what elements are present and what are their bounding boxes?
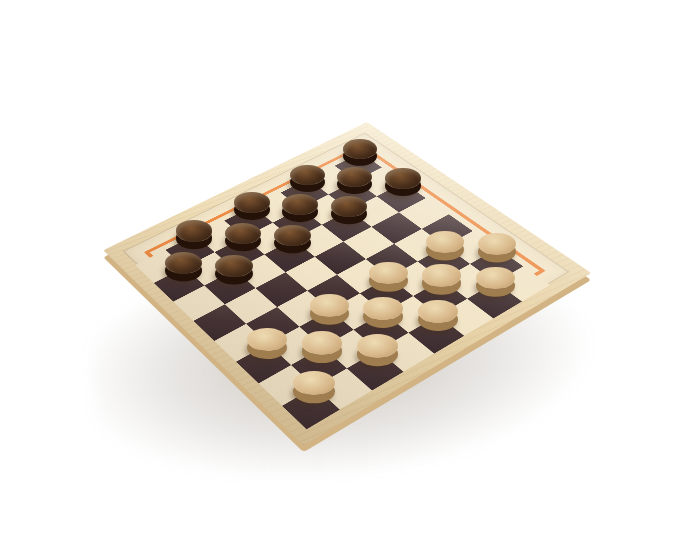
checker-piece-dark[interactable] [274, 225, 311, 246]
checker-piece-light[interactable] [369, 262, 407, 284]
checker-piece-dark[interactable] [176, 220, 212, 241]
checker-piece-dark[interactable] [282, 194, 318, 215]
checker-piece-dark[interactable] [290, 165, 325, 185]
checker-piece-light[interactable] [422, 264, 461, 286]
checker-piece-light[interactable] [302, 331, 343, 355]
checker-piece-light[interactable] [476, 267, 515, 290]
checker-piece-dark[interactable] [337, 167, 372, 187]
checker-piece-light[interactable] [363, 297, 403, 320]
checker-piece-light[interactable] [357, 334, 398, 358]
checker-piece-dark[interactable] [215, 255, 253, 277]
checker-piece-light[interactable] [293, 371, 335, 395]
checker-piece-dark[interactable] [225, 223, 262, 244]
checker-piece-light[interactable] [426, 231, 464, 253]
checker-piece-dark[interactable] [343, 139, 377, 159]
checker-piece-light[interactable] [418, 300, 458, 323]
checker-piece-dark[interactable] [234, 192, 270, 213]
checker-piece-dark[interactable] [331, 196, 367, 217]
checker-piece-light[interactable] [310, 294, 349, 317]
checker-piece-dark[interactable] [165, 252, 202, 274]
scene [0, 0, 700, 550]
checker-piece-dark[interactable] [385, 168, 420, 188]
